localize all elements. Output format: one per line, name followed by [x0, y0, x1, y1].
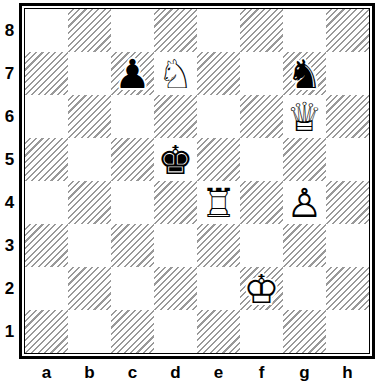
square-e1[interactable] [197, 310, 240, 353]
square-a4[interactable] [25, 181, 68, 224]
square-d1[interactable] [154, 310, 197, 353]
square-d5[interactable]: ♚♚ [154, 138, 197, 181]
square-b4[interactable] [68, 181, 111, 224]
square-h3[interactable] [326, 224, 369, 267]
square-g5[interactable] [283, 138, 326, 181]
file-label-b: b [68, 359, 111, 386]
piece-black-knight: ♞♞ [283, 52, 326, 95]
square-g8[interactable] [283, 9, 326, 52]
square-h4[interactable] [326, 181, 369, 224]
square-c5[interactable] [111, 138, 154, 181]
black-king-icon: ♚ [154, 138, 197, 181]
square-b8[interactable] [68, 9, 111, 52]
square-e8[interactable] [197, 9, 240, 52]
square-d3[interactable] [154, 224, 197, 267]
rank-labels: 87654321 [0, 3, 19, 359]
piece-white-king: ♚♔ [240, 267, 283, 310]
square-f7[interactable] [240, 52, 283, 95]
square-b1[interactable] [68, 310, 111, 353]
square-f1[interactable] [240, 310, 283, 353]
square-c6[interactable] [111, 95, 154, 138]
square-h8[interactable] [326, 9, 369, 52]
rank-label-2: 2 [0, 267, 19, 310]
square-h1[interactable] [326, 310, 369, 353]
rank-label-4: 4 [0, 181, 19, 224]
square-g1[interactable] [283, 310, 326, 353]
square-f2[interactable]: ♚♔ [240, 267, 283, 310]
square-d2[interactable] [154, 267, 197, 310]
file-label-g: g [283, 359, 326, 386]
piece-white-knight: ♞♘ [154, 52, 197, 95]
square-g3[interactable] [283, 224, 326, 267]
file-label-a: a [25, 359, 68, 386]
file-label-d: d [154, 359, 197, 386]
square-f8[interactable] [240, 9, 283, 52]
square-h2[interactable] [326, 267, 369, 310]
square-b6[interactable] [68, 95, 111, 138]
square-b7[interactable] [68, 52, 111, 95]
file-label-c: c [111, 359, 154, 386]
square-b5[interactable] [68, 138, 111, 181]
square-a3[interactable] [25, 224, 68, 267]
square-d8[interactable] [154, 9, 197, 52]
rank-label-6: 6 [0, 95, 19, 138]
square-c2[interactable] [111, 267, 154, 310]
board-grid: ♟♟♞♘♞♞♛♕♚♚♜♖♟♙♚♔ [24, 8, 370, 354]
rank-label-7: 7 [0, 52, 19, 95]
square-e7[interactable] [197, 52, 240, 95]
square-f3[interactable] [240, 224, 283, 267]
square-e4[interactable]: ♜♖ [197, 181, 240, 224]
square-a8[interactable] [25, 9, 68, 52]
square-e3[interactable] [197, 224, 240, 267]
piece-black-pawn: ♟♟ [111, 52, 154, 95]
square-c1[interactable] [111, 310, 154, 353]
square-a5[interactable] [25, 138, 68, 181]
square-b2[interactable] [68, 267, 111, 310]
file-label-h: h [326, 359, 369, 386]
rank-label-3: 3 [0, 224, 19, 267]
square-d7[interactable]: ♞♘ [154, 52, 197, 95]
white-queen-icon: ♕ [283, 95, 326, 138]
square-f5[interactable] [240, 138, 283, 181]
square-h5[interactable] [326, 138, 369, 181]
file-labels: abcdefgh [25, 359, 382, 386]
square-b3[interactable] [68, 224, 111, 267]
white-rook-icon: ♖ [197, 181, 240, 224]
file-label-e: e [197, 359, 240, 386]
square-c4[interactable] [111, 181, 154, 224]
square-h6[interactable] [326, 95, 369, 138]
rank-label-8: 8 [0, 9, 19, 52]
piece-black-king: ♚♚ [154, 138, 197, 181]
square-f6[interactable] [240, 95, 283, 138]
square-g6[interactable]: ♛♕ [283, 95, 326, 138]
square-h7[interactable] [326, 52, 369, 95]
rank-label-5: 5 [0, 138, 19, 181]
square-a7[interactable] [25, 52, 68, 95]
square-c8[interactable] [111, 9, 154, 52]
chess-diagram: 87654321 ♟♟♞♘♞♞♛♕♚♚♜♖♟♙♚♔ [0, 0, 382, 359]
white-pawn-icon: ♙ [283, 181, 326, 224]
board-frame: ♟♟♞♘♞♞♛♕♚♚♜♖♟♙♚♔ [19, 3, 375, 359]
square-e6[interactable] [197, 95, 240, 138]
black-knight-icon: ♞ [283, 52, 326, 95]
square-a2[interactable] [25, 267, 68, 310]
square-d4[interactable] [154, 181, 197, 224]
square-e2[interactable] [197, 267, 240, 310]
square-e5[interactable] [197, 138, 240, 181]
square-g7[interactable]: ♞♞ [283, 52, 326, 95]
black-pawn-icon: ♟ [111, 52, 154, 95]
rank-label-1: 1 [0, 310, 19, 353]
square-a6[interactable] [25, 95, 68, 138]
square-f4[interactable] [240, 181, 283, 224]
white-king-icon: ♔ [240, 267, 283, 310]
piece-white-queen: ♛♕ [283, 95, 326, 138]
piece-white-rook: ♜♖ [197, 181, 240, 224]
square-d6[interactable] [154, 95, 197, 138]
square-a1[interactable] [25, 310, 68, 353]
piece-white-pawn: ♟♙ [283, 181, 326, 224]
square-c7[interactable]: ♟♟ [111, 52, 154, 95]
white-knight-icon: ♘ [154, 52, 197, 95]
square-g4[interactable]: ♟♙ [283, 181, 326, 224]
square-g2[interactable] [283, 267, 326, 310]
square-c3[interactable] [111, 224, 154, 267]
file-label-f: f [240, 359, 283, 386]
